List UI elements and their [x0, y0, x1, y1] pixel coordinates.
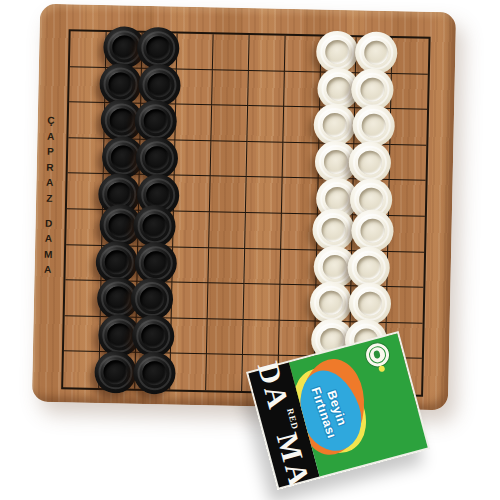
- cell-r7c3[interactable]: [137, 246, 174, 282]
- cell-r7c4[interactable]: [173, 247, 210, 283]
- black-piece[interactable]: [94, 351, 137, 394]
- cell-r8c9[interactable]: [351, 286, 388, 322]
- cell-r10c5[interactable]: [206, 355, 243, 391]
- cell-r2c6[interactable]: [248, 71, 285, 107]
- side-label-letter: A: [46, 178, 53, 188]
- side-label-letter: M: [44, 249, 53, 259]
- cell-r5c6[interactable]: [246, 177, 283, 213]
- cell-r5c5[interactable]: [210, 177, 247, 213]
- cell-r2c2[interactable]: [105, 68, 142, 104]
- cell-r4c2[interactable]: [103, 139, 140, 175]
- cell-r4c4[interactable]: [175, 140, 212, 176]
- cell-r6c6[interactable]: [245, 213, 282, 249]
- cell-r7c2[interactable]: [101, 246, 138, 282]
- cell-r4c6[interactable]: [247, 142, 284, 178]
- cell-r3c5[interactable]: [212, 106, 249, 142]
- cell-r9c3[interactable]: [136, 318, 173, 354]
- box-subtitle: Beyin Fırtınası: [308, 381, 352, 441]
- cell-r2c10[interactable]: [391, 74, 428, 110]
- cell-r7c7[interactable]: [280, 249, 317, 285]
- cell-r3c1[interactable]: [68, 103, 105, 139]
- cell-r3c3[interactable]: [140, 104, 177, 140]
- cell-r1c1[interactable]: [70, 31, 107, 67]
- cell-r4c1[interactable]: [68, 138, 105, 174]
- side-label-letter: Z: [46, 193, 52, 203]
- cell-r2c7[interactable]: [284, 71, 321, 107]
- cell-r4c5[interactable]: [211, 141, 248, 177]
- cell-r4c10[interactable]: [390, 145, 427, 181]
- cell-r8c5[interactable]: [208, 283, 245, 319]
- cell-r9c2[interactable]: [100, 317, 137, 353]
- cell-r10c4[interactable]: [171, 354, 208, 390]
- cell-r2c3[interactable]: [141, 68, 178, 104]
- cell-r9c5[interactable]: [207, 319, 244, 355]
- side-label-letter: A: [47, 131, 54, 141]
- cell-r8c6[interactable]: [244, 284, 281, 320]
- cell-r9c1[interactable]: [64, 316, 101, 352]
- cell-r1c4[interactable]: [177, 34, 214, 70]
- cell-r4c3[interactable]: [139, 140, 176, 176]
- cell-r8c10[interactable]: [387, 287, 424, 323]
- cell-r4c9[interactable]: [354, 144, 391, 180]
- cell-r5c4[interactable]: [174, 176, 211, 212]
- cell-r2c4[interactable]: [177, 69, 214, 105]
- side-label-letter: A: [45, 234, 52, 244]
- cell-r7c6[interactable]: [244, 249, 281, 285]
- black-piece[interactable]: [133, 352, 176, 395]
- cell-r3c4[interactable]: [176, 105, 213, 141]
- cell-r6c1[interactable]: [66, 209, 103, 245]
- cell-r9c6[interactable]: [243, 320, 280, 356]
- cell-r1c5[interactable]: [213, 34, 250, 70]
- cell-r3c9[interactable]: [355, 109, 392, 145]
- cell-r4c7[interactable]: [282, 143, 319, 179]
- side-label-letter: P: [47, 147, 54, 157]
- board-side-label: ÇAPRAZDAMA: [44, 116, 56, 275]
- cell-r7c10[interactable]: [388, 252, 425, 288]
- cell-r8c1[interactable]: [65, 280, 102, 316]
- cell-r5c10[interactable]: [389, 180, 426, 216]
- side-label-letter: Ç: [47, 116, 54, 126]
- cell-r8c3[interactable]: [136, 282, 173, 318]
- cell-r7c5[interactable]: [209, 248, 246, 284]
- black-piece[interactable]: [132, 315, 175, 358]
- side-label-letter: A: [44, 265, 51, 275]
- photo-scene: ÇAPRAZDAMA DA RED MA Beyin Fırtınası: [0, 0, 500, 500]
- cell-r6c10[interactable]: [388, 216, 425, 252]
- box-brand: RED: [285, 407, 300, 431]
- cell-r8c4[interactable]: [172, 283, 209, 319]
- cell-r3c6[interactable]: [247, 106, 284, 142]
- side-label-letter: R: [46, 162, 53, 172]
- cell-r7c9[interactable]: [352, 251, 389, 287]
- cell-r6c5[interactable]: [209, 212, 246, 248]
- cell-r9c4[interactable]: [171, 318, 208, 354]
- cell-r9c7[interactable]: [279, 321, 316, 357]
- cell-r2c9[interactable]: [355, 73, 392, 109]
- cell-r5c7[interactable]: [282, 178, 319, 214]
- cell-r10c3[interactable]: [135, 353, 172, 389]
- cell-r6c4[interactable]: [174, 212, 211, 248]
- cell-r3c10[interactable]: [391, 109, 428, 145]
- cell-r3c8[interactable]: [319, 108, 356, 144]
- cell-r2c5[interactable]: [212, 70, 249, 106]
- cell-r8c8[interactable]: [315, 286, 352, 322]
- cell-r1c6[interactable]: [249, 35, 286, 71]
- cell-r1c10[interactable]: [392, 38, 429, 74]
- side-label-letter: D: [45, 218, 52, 228]
- cell-r10c2[interactable]: [99, 352, 136, 388]
